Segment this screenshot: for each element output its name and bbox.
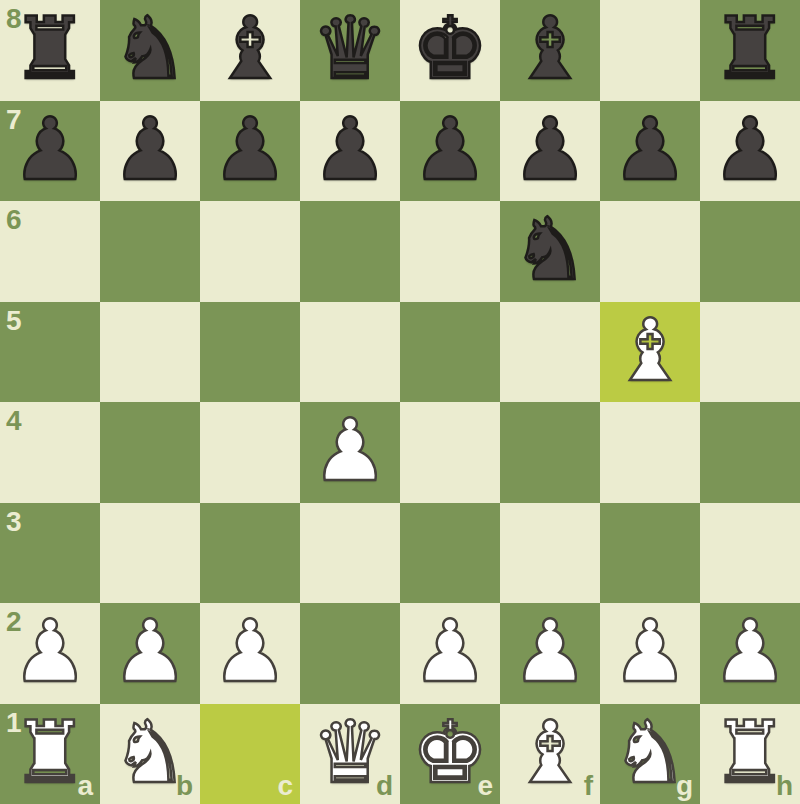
square-a1[interactable]: 1a♜ [0,704,100,804]
black-pawn-piece[interactable]: ♟ [111,106,188,192]
square-c5[interactable] [200,302,300,403]
square-f6[interactable]: ♞ [500,201,600,302]
square-d7[interactable]: ♟ [300,101,400,202]
white-pawn-piece[interactable]: ♟ [211,608,288,694]
square-d4[interactable]: ♟ [300,402,400,503]
square-g1[interactable]: g♞ [600,704,700,804]
square-d5[interactable] [300,302,400,403]
square-a8[interactable]: 8♜ [0,0,100,101]
white-bishop-piece[interactable]: ♝ [511,709,588,795]
white-queen-piece[interactable]: ♛ [311,709,388,795]
white-pawn-piece[interactable]: ♟ [311,407,388,493]
white-pawn-piece[interactable]: ♟ [611,608,688,694]
square-g3[interactable] [600,503,700,604]
square-c6[interactable] [200,201,300,302]
square-g7[interactable]: ♟ [600,101,700,202]
square-f3[interactable] [500,503,600,604]
white-king-piece[interactable]: ♚ [411,709,488,795]
square-c3[interactable] [200,503,300,604]
black-pawn-piece[interactable]: ♟ [611,106,688,192]
rank-label-6: 6 [6,206,22,234]
square-a5[interactable]: 5 [0,302,100,403]
black-rook-piece[interactable]: ♜ [711,5,788,91]
white-pawn-piece[interactable]: ♟ [411,608,488,694]
rank-label-4: 4 [6,407,22,435]
square-d1[interactable]: d♛ [300,704,400,804]
square-g5[interactable]: ♝ [600,302,700,403]
square-d8[interactable]: ♛ [300,0,400,101]
square-a4[interactable]: 4 [0,402,100,503]
white-pawn-piece[interactable]: ♟ [511,608,588,694]
square-b7[interactable]: ♟ [100,101,200,202]
square-h8[interactable]: ♜ [700,0,800,101]
square-b8[interactable]: ♞ [100,0,200,101]
square-b6[interactable] [100,201,200,302]
black-king-piece[interactable]: ♚ [411,5,488,91]
square-d6[interactable] [300,201,400,302]
square-e4[interactable] [400,402,500,503]
square-g8[interactable] [600,0,700,101]
square-e8[interactable]: ♚ [400,0,500,101]
black-rook-piece[interactable]: ♜ [11,5,88,91]
square-a6[interactable]: 6 [0,201,100,302]
square-d3[interactable] [300,503,400,604]
square-h4[interactable] [700,402,800,503]
square-f1[interactable]: f♝ [500,704,600,804]
black-knight-piece[interactable]: ♞ [511,206,588,292]
square-g6[interactable] [600,201,700,302]
black-knight-piece[interactable]: ♞ [111,5,188,91]
rank-label-5: 5 [6,307,22,335]
square-c7[interactable]: ♟ [200,101,300,202]
square-d2[interactable] [300,603,400,704]
black-queen-piece[interactable]: ♛ [311,5,388,91]
square-c4[interactable] [200,402,300,503]
square-b1[interactable]: b♞ [100,704,200,804]
square-f5[interactable] [500,302,600,403]
white-pawn-piece[interactable]: ♟ [111,608,188,694]
square-h3[interactable] [700,503,800,604]
square-f8[interactable]: ♝ [500,0,600,101]
chess-board: 8♜♞♝♛♚♝♜7♟♟♟♟♟♟♟♟6♞5♝4♟32♟♟♟♟♟♟♟1a♜b♞cd♛… [0,0,800,804]
square-e5[interactable] [400,302,500,403]
white-knight-piece[interactable]: ♞ [111,709,188,795]
black-pawn-piece[interactable]: ♟ [511,106,588,192]
square-e7[interactable]: ♟ [400,101,500,202]
black-pawn-piece[interactable]: ♟ [11,106,88,192]
square-a7[interactable]: 7♟ [0,101,100,202]
white-pawn-piece[interactable]: ♟ [711,608,788,694]
square-h5[interactable] [700,302,800,403]
square-f7[interactable]: ♟ [500,101,600,202]
square-c8[interactable]: ♝ [200,0,300,101]
square-e1[interactable]: e♚ [400,704,500,804]
square-a2[interactable]: 2♟ [0,603,100,704]
black-pawn-piece[interactable]: ♟ [211,106,288,192]
square-f4[interactable] [500,402,600,503]
square-g2[interactable]: ♟ [600,603,700,704]
black-bishop-piece[interactable]: ♝ [211,5,288,91]
white-rook-piece[interactable]: ♜ [711,709,788,795]
square-e3[interactable] [400,503,500,604]
square-b4[interactable] [100,402,200,503]
square-c1[interactable]: c [200,704,300,804]
black-bishop-piece[interactable]: ♝ [511,5,588,91]
square-f2[interactable]: ♟ [500,603,600,704]
black-pawn-piece[interactable]: ♟ [711,106,788,192]
square-e6[interactable] [400,201,500,302]
square-b5[interactable] [100,302,200,403]
file-label-c: c [277,772,293,800]
white-rook-piece[interactable]: ♜ [11,709,88,795]
square-h1[interactable]: h♜ [700,704,800,804]
square-b3[interactable] [100,503,200,604]
white-pawn-piece[interactable]: ♟ [11,608,88,694]
rank-label-3: 3 [6,508,22,536]
square-h2[interactable]: ♟ [700,603,800,704]
square-c2[interactable]: ♟ [200,603,300,704]
white-bishop-piece[interactable]: ♝ [611,307,688,393]
square-a3[interactable]: 3 [0,503,100,604]
square-h7[interactable]: ♟ [700,101,800,202]
square-g4[interactable] [600,402,700,503]
black-pawn-piece[interactable]: ♟ [411,106,488,192]
square-b2[interactable]: ♟ [100,603,200,704]
square-e2[interactable]: ♟ [400,603,500,704]
white-knight-piece[interactable]: ♞ [611,709,688,795]
black-pawn-piece[interactable]: ♟ [311,106,388,192]
square-h6[interactable] [700,201,800,302]
